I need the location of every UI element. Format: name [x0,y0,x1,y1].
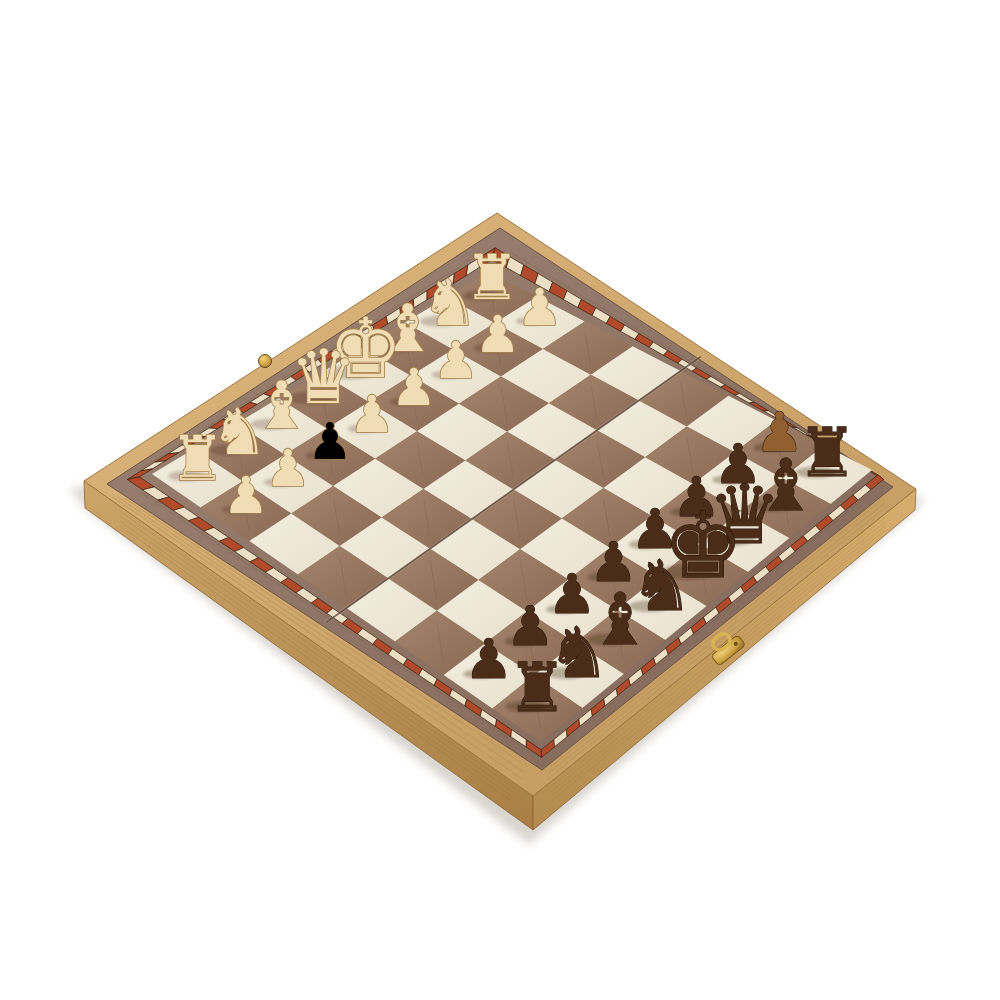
brass-hinge-knob [259,355,272,368]
piece-white-pawn-g2[interactable]: ♟ [265,438,311,498]
product-photo: ♜♟♞♝♟♚♟♛♟♝♟♟♞♟♜♜♟♟♝♟♟♛♟♚♟♞♟♝♟♞♟♜ [0,0,1000,1000]
piece-white-pawn-d2[interactable]: ♟ [391,357,437,417]
piece-white-pawn-a2[interactable]: ♟ [517,277,563,337]
piece-white-pawn-b2[interactable]: ♟ [475,304,521,364]
piece-black-pawn-h7[interactable]: ♟ [464,627,513,691]
piece-white-pawn-f2[interactable]: ♟ [307,411,353,471]
hinge-knob-circle [259,355,272,368]
chessboard-photo: ♜♟♞♝♟♚♟♛♟♝♟♟♞♟♜♜♟♟♝♟♟♛♟♚♟♞♟♝♟♞♟♜ [0,0,1000,1000]
piece-white-pawn-c2[interactable]: ♟ [433,330,479,390]
piece-black-rook-h8[interactable]: ♜ [507,648,568,727]
piece-white-rook-h1[interactable]: ♜ [170,423,225,495]
piece-white-pawn-e2[interactable]: ♟ [349,384,395,444]
piece-white-pawn-h2[interactable]: ♟ [223,465,269,525]
